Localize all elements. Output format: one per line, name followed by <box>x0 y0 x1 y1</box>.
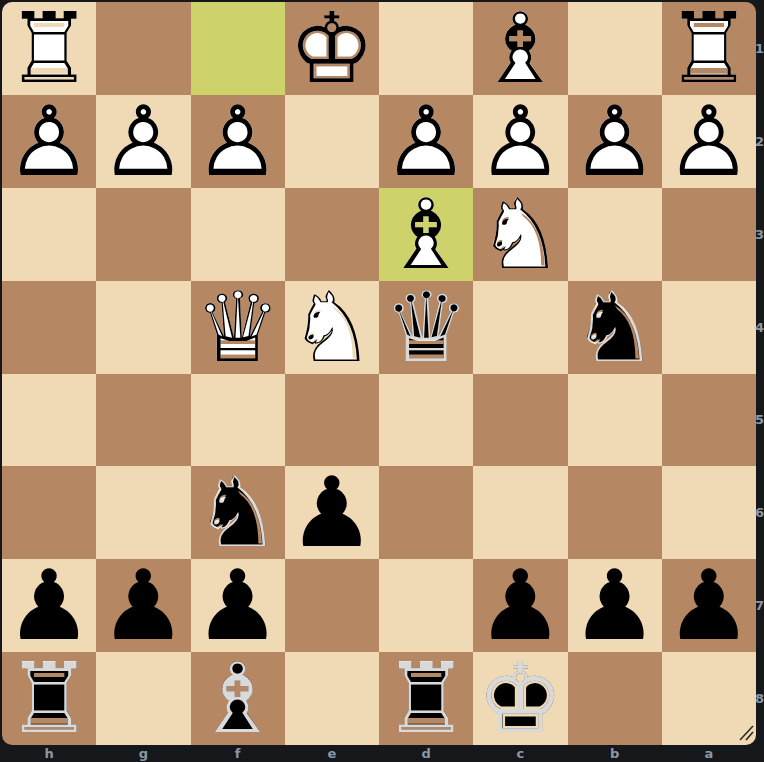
piece-outline-glyph: ♘ <box>473 188 567 281</box>
piece-white-pawn[interactable]: ♟♙ <box>662 95 756 188</box>
square-d5[interactable] <box>379 374 473 467</box>
square-b8[interactable] <box>568 652 662 745</box>
piece-white-king[interactable]: ♚♔ <box>285 2 379 95</box>
piece-white-pawn[interactable]: ♟♙ <box>568 95 662 188</box>
square-d2[interactable]: ♟♙ <box>379 95 473 188</box>
square-c4[interactable] <box>473 281 567 374</box>
square-f2[interactable]: ♟♙ <box>191 95 285 188</box>
square-h7[interactable]: ♟ <box>2 559 96 652</box>
square-c2[interactable]: ♟♙ <box>473 95 567 188</box>
piece-black-knight[interactable]: ♞♘ <box>191 466 285 559</box>
square-a6[interactable] <box>662 466 756 559</box>
square-e8[interactable] <box>285 652 379 745</box>
file-label-a: a <box>662 745 756 762</box>
piece-white-pawn[interactable]: ♟♙ <box>2 95 96 188</box>
square-d7[interactable] <box>379 559 473 652</box>
piece-black-pawn[interactable]: ♟ <box>662 559 756 652</box>
square-b5[interactable] <box>568 374 662 467</box>
square-b3[interactable] <box>568 188 662 281</box>
square-a3[interactable] <box>662 188 756 281</box>
square-f8[interactable]: ♝♗ <box>191 652 285 745</box>
piece-outline-glyph: ♖ <box>662 2 756 95</box>
rank-label-2: 2 <box>755 95 764 188</box>
square-g7[interactable]: ♟ <box>96 559 190 652</box>
file-coordinates: hgfedcba <box>2 745 756 762</box>
rank-label-4: 4 <box>755 281 764 374</box>
file-label-g: g <box>96 745 190 762</box>
piece-outline-glyph: ♘ <box>285 281 379 374</box>
piece-outline-glyph: ♗ <box>191 652 285 745</box>
file-label-c: c <box>473 745 567 762</box>
square-c3[interactable]: ♞♘ <box>473 188 567 281</box>
piece-outline-glyph: ♔ <box>285 2 379 95</box>
square-e4[interactable]: ♞♘ <box>285 281 379 374</box>
rank-label-7: 7 <box>755 559 764 652</box>
square-e6[interactable]: ♟ <box>285 466 379 559</box>
square-d3[interactable]: ♝♗ <box>379 188 473 281</box>
piece-fill-glyph: ♟ <box>191 559 285 652</box>
piece-outline-glyph: ♔ <box>473 652 567 745</box>
square-d6[interactable] <box>379 466 473 559</box>
square-a7[interactable]: ♟ <box>662 559 756 652</box>
square-h8[interactable]: ♜♖ <box>2 652 96 745</box>
rank-label-1: 1 <box>755 2 764 95</box>
piece-white-bishop[interactable]: ♝♗ <box>473 2 567 95</box>
piece-black-pawn[interactable]: ♟ <box>191 559 285 652</box>
square-d4[interactable]: ♛♕ <box>379 281 473 374</box>
square-e3[interactable] <box>285 188 379 281</box>
chess-app: ♜♖♚♔♝♗♜♖♟♙♟♙♟♙♟♙♟♙♟♙♟♙♝♗♞♘♛♕♞♘♛♕♞♘♞♘♟♟♟♟… <box>0 0 764 762</box>
piece-black-pawn[interactable]: ♟ <box>96 559 190 652</box>
square-c7[interactable]: ♟ <box>473 559 567 652</box>
piece-black-queen[interactable]: ♛♕ <box>379 281 473 374</box>
piece-white-queen[interactable]: ♛♕ <box>191 281 285 374</box>
file-label-e: e <box>285 745 379 762</box>
square-c8[interactable]: ♚♔ <box>473 652 567 745</box>
square-h6[interactable] <box>2 466 96 559</box>
piece-black-king[interactable]: ♚♔ <box>473 652 567 745</box>
rank-label-8: 8 <box>755 652 764 745</box>
piece-white-knight[interactable]: ♞♘ <box>285 281 379 374</box>
square-h2[interactable]: ♟♙ <box>2 95 96 188</box>
rank-label-6: 6 <box>755 466 764 559</box>
piece-white-bishop[interactable]: ♝♗ <box>379 188 473 281</box>
piece-outline-glyph: ♗ <box>379 188 473 281</box>
piece-black-bishop[interactable]: ♝♗ <box>191 652 285 745</box>
square-h4[interactable] <box>2 281 96 374</box>
square-a5[interactable] <box>662 374 756 467</box>
piece-fill-glyph: ♟ <box>2 559 96 652</box>
square-f6[interactable]: ♞♘ <box>191 466 285 559</box>
piece-white-rook[interactable]: ♜♖ <box>662 2 756 95</box>
file-label-f: f <box>191 745 285 762</box>
rank-label-3: 3 <box>755 188 764 281</box>
piece-black-pawn[interactable]: ♟ <box>568 559 662 652</box>
piece-fill-glyph: ♟ <box>662 559 756 652</box>
square-a4[interactable] <box>662 281 756 374</box>
square-g1[interactable] <box>96 2 190 95</box>
piece-outline-glyph: ♙ <box>662 95 756 188</box>
piece-white-pawn[interactable]: ♟♙ <box>379 95 473 188</box>
square-d1[interactable] <box>379 2 473 95</box>
square-h3[interactable] <box>2 188 96 281</box>
piece-outline-glyph: ♕ <box>379 281 473 374</box>
square-b2[interactable]: ♟♙ <box>568 95 662 188</box>
square-g2[interactable]: ♟♙ <box>96 95 190 188</box>
square-a2[interactable]: ♟♙ <box>662 95 756 188</box>
square-e1[interactable]: ♚♔ <box>285 2 379 95</box>
piece-outline-glyph: ♙ <box>191 95 285 188</box>
piece-black-pawn[interactable]: ♟ <box>473 559 567 652</box>
piece-black-pawn[interactable]: ♟ <box>2 559 96 652</box>
piece-outline-glyph: ♙ <box>473 95 567 188</box>
square-h5[interactable] <box>2 374 96 467</box>
square-f1[interactable] <box>191 2 285 95</box>
square-c6[interactable] <box>473 466 567 559</box>
piece-fill-glyph: ♟ <box>96 559 190 652</box>
file-label-d: d <box>379 745 473 762</box>
square-f4[interactable]: ♛♕ <box>191 281 285 374</box>
square-f3[interactable] <box>191 188 285 281</box>
piece-outline-glyph: ♖ <box>379 652 473 745</box>
square-e5[interactable] <box>285 374 379 467</box>
piece-white-rook[interactable]: ♜♖ <box>2 2 96 95</box>
piece-outline-glyph: ♙ <box>96 95 190 188</box>
piece-outline-glyph: ♘ <box>568 281 662 374</box>
square-g8[interactable] <box>96 652 190 745</box>
file-label-b: b <box>568 745 662 762</box>
square-h1[interactable]: ♜♖ <box>2 2 96 95</box>
piece-white-knight[interactable]: ♞♘ <box>473 188 567 281</box>
resize-handle-icon[interactable] <box>737 723 756 743</box>
piece-outline-glyph: ♙ <box>568 95 662 188</box>
square-g6[interactable] <box>96 466 190 559</box>
rank-coordinates: 12345678 <box>755 2 764 745</box>
piece-fill-glyph: ♟ <box>285 466 379 559</box>
piece-black-rook[interactable]: ♜♖ <box>379 652 473 745</box>
piece-white-pawn[interactable]: ♟♙ <box>191 95 285 188</box>
piece-outline-glyph: ♖ <box>2 2 96 95</box>
piece-fill-glyph: ♟ <box>568 559 662 652</box>
square-f7[interactable]: ♟ <box>191 559 285 652</box>
piece-outline-glyph: ♖ <box>2 652 96 745</box>
piece-outline-glyph: ♙ <box>2 95 96 188</box>
piece-outline-glyph: ♗ <box>473 2 567 95</box>
rank-label-5: 5 <box>755 374 764 467</box>
square-a1[interactable]: ♜♖ <box>662 2 756 95</box>
square-g3[interactable] <box>96 188 190 281</box>
file-label-h: h <box>2 745 96 762</box>
chess-board[interactable]: ♜♖♚♔♝♗♜♖♟♙♟♙♟♙♟♙♟♙♟♙♟♙♝♗♞♘♛♕♞♘♛♕♞♘♞♘♟♟♟♟… <box>2 2 756 745</box>
square-b7[interactable]: ♟ <box>568 559 662 652</box>
piece-black-pawn[interactable]: ♟ <box>285 466 379 559</box>
square-b1[interactable] <box>568 2 662 95</box>
square-c5[interactable] <box>473 374 567 467</box>
square-c1[interactable]: ♝♗ <box>473 2 567 95</box>
piece-outline-glyph: ♙ <box>379 95 473 188</box>
square-b4[interactable]: ♞♘ <box>568 281 662 374</box>
square-g5[interactable] <box>96 374 190 467</box>
square-b6[interactable] <box>568 466 662 559</box>
square-e2[interactable] <box>285 95 379 188</box>
square-g4[interactable] <box>96 281 190 374</box>
piece-outline-glyph: ♘ <box>191 466 285 559</box>
square-e7[interactable] <box>285 559 379 652</box>
piece-black-knight[interactable]: ♞♘ <box>568 281 662 374</box>
piece-black-rook[interactable]: ♜♖ <box>2 652 96 745</box>
piece-outline-glyph: ♕ <box>191 281 285 374</box>
piece-white-pawn[interactable]: ♟♙ <box>473 95 567 188</box>
square-f5[interactable] <box>191 374 285 467</box>
square-d8[interactable]: ♜♖ <box>379 652 473 745</box>
piece-white-pawn[interactable]: ♟♙ <box>96 95 190 188</box>
piece-fill-glyph: ♟ <box>473 559 567 652</box>
